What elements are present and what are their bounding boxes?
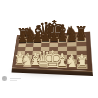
- piece-black-pawn: ♟: [76, 32, 87, 44]
- watermark-logo-icon: [2, 76, 7, 81]
- watermark-text-line: [10, 80, 17, 81]
- chess-set-photo: ♜♞♝♛♚♝♞♜♟♟♟♟♟♟♟♟♟♟♟♟♟♟♟♟♜♞♝♛♚♝♞♜: [0, 0, 98, 98]
- watermark-text-line: [10, 78, 21, 79]
- watermark: [2, 76, 26, 84]
- piece-white-rook: ♜: [76, 56, 88, 70]
